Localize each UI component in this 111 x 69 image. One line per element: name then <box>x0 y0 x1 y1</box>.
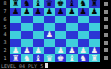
square-e7[interactable]: ♟ <box>55 8 66 16</box>
square-e8[interactable]: ♚ <box>55 0 66 8</box>
square-g4[interactable] <box>78 31 89 39</box>
square-h6[interactable] <box>89 16 100 24</box>
square-b8[interactable]: ♞ <box>21 0 32 8</box>
square-b5[interactable] <box>21 23 32 31</box>
square-e2[interactable]: ♟ <box>55 47 66 55</box>
square-d2[interactable] <box>44 47 55 55</box>
square-f4[interactable] <box>66 31 77 39</box>
square-d3[interactable] <box>44 39 55 47</box>
square-g8[interactable]: ♞ <box>78 0 89 8</box>
black-piece-h7: ♟ <box>91 8 98 15</box>
black-piece-a8: ♜ <box>12 0 19 7</box>
white-piece-b1: ♞ <box>23 55 30 62</box>
rank-label-8: 8 <box>0 0 10 8</box>
status-bar: LEVEL 04 PLY 5 <box>0 62 111 69</box>
chess-app-screen: 87654321 ♜♞♝♛♚♝♞♜♟♟♟♟♟♟♟♟♟♟♟♟♟♟♟♟♜♞♝♛♚♝♞… <box>0 0 111 69</box>
board-area: 87654321 ♜♞♝♛♚♝♞♜♟♟♟♟♟♟♟♟♟♟♟♟♟♟♟♟♜♞♝♛♚♝♞… <box>0 0 111 62</box>
right-rank-marker <box>104 48 108 52</box>
right-rank-marker <box>104 56 108 60</box>
square-g1[interactable]: ♞ <box>78 54 89 62</box>
right-rank-marker <box>104 41 108 45</box>
square-h2[interactable]: ♟ <box>89 47 100 55</box>
square-h3[interactable] <box>89 39 100 47</box>
square-a5[interactable] <box>10 23 21 31</box>
right-rank-marker <box>104 10 108 14</box>
square-c2[interactable]: ♟ <box>33 47 44 55</box>
rank-label-3: 3 <box>0 39 10 47</box>
white-piece-h2: ♟ <box>91 47 98 54</box>
square-b3[interactable] <box>21 39 32 47</box>
square-c8[interactable]: ♝ <box>33 0 44 8</box>
square-f3[interactable] <box>66 39 77 47</box>
white-piece-g1: ♞ <box>80 55 87 62</box>
square-c5[interactable] <box>33 23 44 31</box>
rank-label-6: 6 <box>0 16 10 24</box>
rank-label-5: 5 <box>0 23 10 31</box>
white-piece-g2: ♟ <box>80 47 87 54</box>
square-f8[interactable]: ♝ <box>66 0 77 8</box>
square-d5[interactable] <box>44 23 55 31</box>
rank-label-2: 2 <box>0 47 10 55</box>
square-b7[interactable]: ♟ <box>21 8 32 16</box>
black-piece-e7: ♟ <box>57 8 64 15</box>
square-b2[interactable]: ♟ <box>21 47 32 55</box>
square-a4[interactable] <box>10 31 21 39</box>
white-piece-c1: ♝ <box>35 55 42 62</box>
black-piece-c8: ♝ <box>35 0 42 7</box>
square-d8[interactable]: ♛ <box>44 0 55 8</box>
right-rank-marker <box>104 17 108 21</box>
black-piece-e8: ♚ <box>57 0 64 7</box>
square-c4[interactable] <box>33 31 44 39</box>
square-g5[interactable] <box>78 23 89 31</box>
square-e6[interactable] <box>55 16 66 24</box>
right-marker-column <box>100 0 111 62</box>
rank-label-1: 1 <box>0 54 10 62</box>
square-b4[interactable] <box>21 31 32 39</box>
square-c3[interactable] <box>33 39 44 47</box>
white-piece-e2: ♟ <box>57 47 64 54</box>
white-piece-d4: ♟ <box>46 31 53 38</box>
square-g7[interactable]: ♟ <box>78 8 89 16</box>
black-piece-b8: ♞ <box>23 0 30 7</box>
white-piece-d1: ♛ <box>46 55 53 62</box>
black-piece-b7: ♟ <box>23 8 30 15</box>
square-d4[interactable]: ♟ <box>44 31 55 39</box>
square-f5[interactable] <box>66 23 77 31</box>
square-c7[interactable]: ♟ <box>33 8 44 16</box>
rank-label-7: 7 <box>0 8 10 16</box>
right-rank-marker <box>104 25 108 29</box>
white-piece-a1: ♜ <box>12 55 19 62</box>
black-piece-d7: ♟ <box>46 8 53 15</box>
rank-label-4: 4 <box>0 31 10 39</box>
text-cursor-block <box>45 63 48 68</box>
square-h7[interactable]: ♟ <box>89 8 100 16</box>
square-h4[interactable] <box>89 31 100 39</box>
black-piece-d8: ♛ <box>46 0 53 7</box>
square-e3[interactable] <box>55 39 66 47</box>
right-rank-marker <box>104 33 108 37</box>
square-a2[interactable]: ♟ <box>10 47 21 55</box>
black-piece-f8: ♝ <box>68 0 75 7</box>
square-c1[interactable]: ♝ <box>33 54 44 62</box>
square-a1[interactable]: ♜ <box>10 54 21 62</box>
square-h5[interactable] <box>89 23 100 31</box>
square-b1[interactable]: ♞ <box>21 54 32 62</box>
right-rank-marker <box>104 2 108 6</box>
square-g6[interactable] <box>78 16 89 24</box>
black-piece-c7: ♟ <box>35 8 42 15</box>
square-g2[interactable]: ♟ <box>78 47 89 55</box>
black-piece-h8: ♜ <box>91 0 98 7</box>
square-f1[interactable]: ♝ <box>66 54 77 62</box>
square-a6[interactable] <box>10 16 21 24</box>
square-h1[interactable]: ♜ <box>89 54 100 62</box>
square-e5[interactable] <box>55 23 66 31</box>
square-a7[interactable]: ♟ <box>10 8 21 16</box>
square-a3[interactable] <box>10 39 21 47</box>
status-text: LEVEL 04 PLY 5 <box>0 63 43 69</box>
white-piece-e1: ♚ <box>57 55 64 62</box>
square-f7[interactable]: ♟ <box>66 8 77 16</box>
square-d6[interactable] <box>44 16 55 24</box>
square-h8[interactable]: ♜ <box>89 0 100 8</box>
rank-labels-column: 87654321 <box>0 0 10 62</box>
square-f6[interactable] <box>66 16 77 24</box>
black-piece-g7: ♟ <box>80 8 87 15</box>
black-piece-g8: ♞ <box>80 0 87 7</box>
square-a8[interactable]: ♜ <box>10 0 21 8</box>
white-piece-f2: ♟ <box>68 47 75 54</box>
chess-board: ♜♞♝♛♚♝♞♜♟♟♟♟♟♟♟♟♟♟♟♟♟♟♟♟♜♞♝♛♚♝♞♜ <box>10 0 100 62</box>
square-e1[interactable]: ♚ <box>55 54 66 62</box>
square-e4[interactable] <box>55 31 66 39</box>
white-piece-a2: ♟ <box>12 47 19 54</box>
white-piece-h1: ♜ <box>91 55 98 62</box>
square-d1[interactable]: ♛ <box>44 54 55 62</box>
black-piece-a7: ♟ <box>12 8 19 15</box>
black-piece-f7: ♟ <box>68 8 75 15</box>
square-f2[interactable]: ♟ <box>66 47 77 55</box>
square-b6[interactable] <box>21 16 32 24</box>
white-piece-c2: ♟ <box>35 47 42 54</box>
square-d7[interactable]: ♟ <box>44 8 55 16</box>
white-piece-b2: ♟ <box>23 47 30 54</box>
square-g3[interactable] <box>78 39 89 47</box>
white-piece-f1: ♝ <box>68 55 75 62</box>
square-c6[interactable] <box>33 16 44 24</box>
